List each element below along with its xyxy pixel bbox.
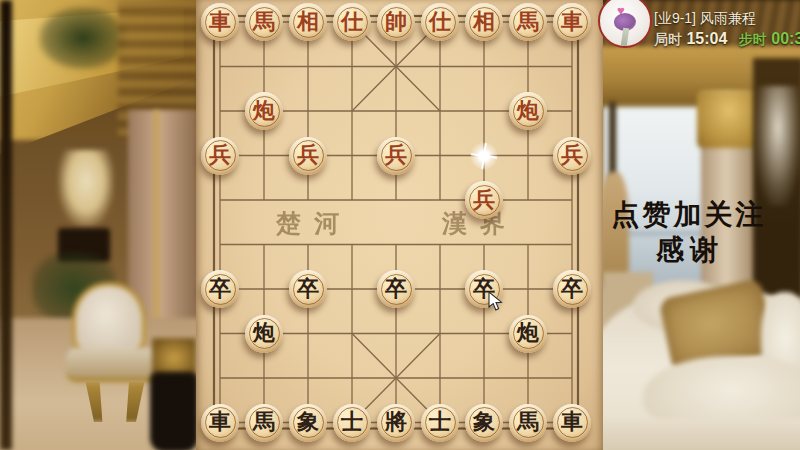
piece-red-elephant[interactable]: 相	[465, 3, 503, 41]
piece-red-soldier[interactable]: 兵	[553, 137, 591, 175]
piece-glyph: 炮	[253, 100, 275, 122]
piece-red-elephant[interactable]: 相	[289, 3, 327, 41]
piece-black-horse[interactable]: 馬	[509, 404, 547, 442]
caption-line2: 感谢	[630, 231, 750, 269]
player-avatar[interactable]: ♥	[598, 0, 652, 48]
door-frame	[0, 0, 12, 450]
piece-glyph: 將	[385, 411, 407, 433]
player-name: [业9-1] 风雨兼程	[654, 10, 756, 28]
piece-glyph: 馬	[517, 11, 539, 33]
piece-glyph: 馬	[517, 411, 539, 433]
piece-glyph: 兵	[561, 144, 583, 166]
piece-red-horse[interactable]: 馬	[509, 3, 547, 41]
piece-glyph: 仕	[341, 11, 363, 33]
board-grid	[196, 0, 603, 450]
piece-red-advisor[interactable]: 仕	[333, 3, 371, 41]
gold-capital	[697, 90, 761, 148]
move-time-label: 步时	[739, 31, 767, 47]
piece-red-soldier[interactable]: 兵	[377, 137, 415, 175]
crystal-chandelier	[755, 86, 800, 206]
caption-line1: 点赞加关注	[596, 196, 782, 234]
armchair-seat	[66, 348, 162, 382]
piece-black-elephant[interactable]: 象	[465, 404, 503, 442]
piece-black-soldier[interactable]: 卒	[377, 270, 415, 308]
piece-glyph: 卒	[297, 278, 319, 300]
piece-red-cannon[interactable]: 炮	[245, 92, 283, 130]
piece-black-advisor[interactable]: 士	[421, 404, 459, 442]
chandelier-reflection	[58, 150, 114, 228]
piece-glyph: 車	[561, 411, 583, 433]
piece-black-horse[interactable]: 馬	[245, 404, 283, 442]
ceiling-plant	[38, 6, 128, 70]
piece-red-horse[interactable]: 馬	[245, 3, 283, 41]
mouse-cursor	[488, 291, 503, 312]
piece-glyph: 炮	[253, 322, 275, 344]
piece-red-soldier[interactable]: 兵	[201, 137, 239, 175]
piece-glyph: 炮	[517, 100, 539, 122]
move-time-value: 00:30	[771, 30, 800, 47]
piece-glyph: 車	[209, 411, 231, 433]
piece-glyph: 兵	[385, 144, 407, 166]
piece-red-chariot[interactable]: 車	[201, 3, 239, 41]
piece-glyph: 兵	[209, 144, 231, 166]
piece-red-general[interactable]: 帥	[377, 3, 415, 41]
piece-red-soldier[interactable]: 兵	[465, 181, 503, 219]
piece-glyph: 仕	[429, 11, 451, 33]
game-time-value: 15:04	[686, 30, 727, 47]
piece-glyph: 卒	[209, 278, 231, 300]
piece-black-chariot[interactable]: 車	[201, 404, 239, 442]
piece-black-cannon[interactable]: 炮	[245, 315, 283, 353]
piece-glyph: 相	[473, 11, 495, 33]
piece-glyph: 士	[341, 411, 363, 433]
piece-black-elephant[interactable]: 象	[289, 404, 327, 442]
bouquet-stems	[621, 28, 629, 47]
piece-glyph: 卒	[561, 278, 583, 300]
piece-glyph: 象	[473, 411, 495, 433]
piece-glyph: 卒	[385, 278, 407, 300]
piece-black-soldier[interactable]: 卒	[289, 270, 327, 308]
piece-glyph: 車	[209, 11, 231, 33]
piece-glyph: 兵	[297, 144, 319, 166]
background-room-left	[0, 0, 197, 450]
dark-planter	[150, 372, 197, 450]
piece-glyph: 兵	[473, 189, 495, 211]
piece-glyph: 相	[297, 11, 319, 33]
xiangqi-board[interactable]: 楚河 漢界 車馬相仕帥仕相馬車炮炮兵兵兵兵兵卒卒卒卒卒炮炮車馬象士將士象馬車	[196, 0, 603, 450]
piece-red-cannon[interactable]: 炮	[509, 92, 547, 130]
piece-black-cannon[interactable]: 炮	[509, 315, 547, 353]
piece-black-general[interactable]: 將	[377, 404, 415, 442]
game-time-label: 局时	[654, 31, 682, 47]
piece-glyph: 炮	[517, 322, 539, 344]
piece-red-soldier[interactable]: 兵	[289, 137, 327, 175]
piece-red-advisor[interactable]: 仕	[421, 3, 459, 41]
sofa-skirt	[603, 418, 800, 450]
player-panel: ♥ [业9-1] 风雨兼程 局时 15:04 步时 00:30	[596, 0, 800, 58]
stream-scene: 楚河 漢界 車馬相仕帥仕相馬車炮炮兵兵兵兵兵卒卒卒卒卒炮炮車馬象士將士象馬車 点…	[0, 0, 800, 450]
player-timers: 局时 15:04 步时 00:30	[654, 30, 800, 49]
piece-red-chariot[interactable]: 車	[553, 3, 591, 41]
piece-black-soldier[interactable]: 卒	[553, 270, 591, 308]
piece-black-chariot[interactable]: 車	[553, 404, 591, 442]
piece-glyph: 車	[561, 11, 583, 33]
piece-glyph: 帥	[385, 11, 407, 33]
piece-glyph: 士	[429, 411, 451, 433]
piece-glyph: 馬	[253, 11, 275, 33]
piece-black-advisor[interactable]: 士	[333, 404, 371, 442]
piece-glyph: 象	[297, 411, 319, 433]
piece-glyph: 馬	[253, 411, 275, 433]
piece-black-soldier[interactable]: 卒	[201, 270, 239, 308]
river-label-chuhe: 楚河	[266, 207, 362, 240]
